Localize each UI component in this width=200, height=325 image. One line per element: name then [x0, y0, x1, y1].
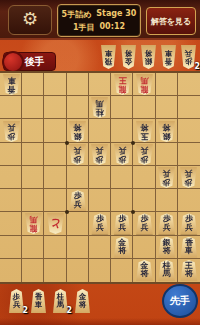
board-cell[interactable]	[111, 96, 133, 119]
gote-disc-icon	[2, 51, 24, 73]
piece-tile: 龍馬	[135, 74, 154, 95]
board-cell[interactable]	[0, 189, 22, 212]
board-piece-歩兵[interactable]: 歩兵	[178, 166, 200, 189]
board-piece-歩兵[interactable]: 歩兵	[89, 212, 111, 235]
board-cell[interactable]	[111, 259, 133, 282]
board-cell[interactable]	[89, 73, 111, 96]
board-piece-歩兵[interactable]: 歩兵	[67, 143, 89, 166]
piece-tile: 銀将	[157, 237, 176, 258]
piece-tile: 歩兵	[135, 144, 154, 165]
hand-piece-count: 2	[22, 306, 28, 315]
show-answer-button[interactable]: 解答を見る	[146, 7, 196, 35]
board-piece-龍馬[interactable]: 龍馬	[133, 73, 155, 96]
gote-hand-piece-金将[interactable]: 金将	[120, 45, 138, 70]
board-piece-銀将[interactable]: 銀将	[156, 119, 178, 142]
board-piece-歩兵[interactable]: 歩兵	[156, 212, 178, 235]
board-cell[interactable]	[44, 119, 66, 142]
timer: 00:12	[100, 22, 125, 33]
board-cell[interactable]	[156, 189, 178, 212]
piece-tile: 歩兵	[90, 213, 109, 234]
board-piece-と[interactable]: と	[44, 212, 66, 235]
piece-tile: 香車	[2, 74, 21, 95]
app-background: ⚙ 5手詰め Stage 30 1手目 00:12 解答を見る 後手 飛車金将銀…	[0, 0, 200, 325]
piece-tile: 金将	[135, 260, 154, 281]
sente-player-badge: 先手	[162, 284, 198, 318]
board-piece-歩兵[interactable]: 歩兵	[178, 212, 200, 235]
board-cell[interactable]	[44, 143, 66, 166]
board-cell[interactable]	[67, 236, 89, 259]
piece-tile: 飛車	[100, 45, 117, 69]
board-piece-香車[interactable]: 香車	[0, 73, 22, 96]
board-cell[interactable]	[0, 236, 22, 259]
board-cell[interactable]	[0, 212, 22, 235]
gote-player-badge: 後手	[3, 52, 56, 71]
puzzle-type-label: 5手詰め	[62, 9, 92, 20]
sente-hand-piece-香車[interactable]: 香車	[30, 289, 48, 314]
board-piece-銀将[interactable]: 銀将	[156, 236, 178, 259]
board-cell[interactable]	[67, 96, 89, 119]
piece-tile: 歩兵	[179, 167, 198, 188]
board-cell[interactable]	[178, 143, 200, 166]
piece-tile: と	[46, 213, 65, 234]
puzzle-info-panel: 5手詰め Stage 30 1手目 00:12	[57, 4, 141, 37]
board-cell[interactable]	[156, 96, 178, 119]
board-cell[interactable]	[22, 119, 44, 142]
board-cell[interactable]	[89, 119, 111, 142]
piece-tile: 香車	[30, 289, 47, 313]
board-cell[interactable]	[44, 73, 66, 96]
board-piece-歩兵[interactable]: 歩兵	[133, 212, 155, 235]
piece-tile: 歩兵	[68, 190, 87, 211]
board-piece-歩兵[interactable]: 歩兵	[156, 166, 178, 189]
shogi-board: 香車龍王龍馬桂馬歩兵銀将玉将銀将歩兵歩兵歩兵歩兵歩兵歩兵歩兵龍馬と歩兵歩兵歩兵歩…	[0, 71, 200, 284]
sente-hand-piece-桂馬[interactable]: 桂馬2	[52, 289, 70, 314]
piece-tile: 金将	[113, 237, 132, 258]
board-cell[interactable]	[0, 259, 22, 282]
piece-tile: 銀将	[140, 45, 157, 69]
piece-tile: 龍王	[113, 74, 132, 95]
board-cell[interactable]	[22, 259, 44, 282]
board-cell[interactable]	[0, 143, 22, 166]
piece-tile: 歩兵	[2, 121, 21, 142]
board-cell[interactable]	[67, 73, 89, 96]
board-cell[interactable]	[22, 143, 44, 166]
gote-hand-piece-歩兵[interactable]: 歩兵2	[180, 45, 198, 70]
stage-label: Stage 30	[96, 9, 136, 20]
board-piece-桂馬[interactable]: 桂馬	[89, 96, 111, 119]
board-piece-歩兵[interactable]: 歩兵	[67, 189, 89, 212]
board-cell[interactable]	[22, 236, 44, 259]
gote-hand-piece-香車[interactable]: 香車	[160, 45, 178, 70]
board-cell[interactable]	[44, 259, 66, 282]
board-cell[interactable]	[22, 73, 44, 96]
board-piece-歩兵[interactable]: 歩兵	[111, 143, 133, 166]
piece-tile: 歩兵	[135, 213, 154, 234]
sente-hand-piece-金将[interactable]: 金将	[74, 289, 92, 314]
gote-hand-piece-飛車[interactable]: 飛車	[100, 45, 118, 70]
board-cell[interactable]	[178, 119, 200, 142]
board-cell[interactable]	[67, 259, 89, 282]
piece-tile: 歩兵	[157, 167, 176, 188]
piece-tile: 金将	[74, 289, 91, 313]
board-cell[interactable]	[89, 236, 111, 259]
board-cell[interactable]	[67, 166, 89, 189]
board-cell[interactable]	[89, 189, 111, 212]
board-piece-金将[interactable]: 金将	[133, 259, 155, 282]
board-cell[interactable]	[178, 73, 200, 96]
board-cell[interactable]	[22, 189, 44, 212]
bottom-shade	[0, 318, 200, 325]
board-cell[interactable]	[156, 143, 178, 166]
board-cell[interactable]	[22, 96, 44, 119]
board-piece-玉将[interactable]: 玉将	[133, 119, 155, 142]
board-piece-歩兵[interactable]: 歩兵	[89, 143, 111, 166]
piece-tile: 王将	[179, 260, 198, 281]
board-piece-桂馬[interactable]: 桂馬	[156, 259, 178, 282]
board-cell[interactable]	[44, 189, 66, 212]
piece-tile: 銀将	[157, 121, 176, 142]
gear-icon: ⚙	[22, 8, 38, 29]
piece-tile: 銀将	[68, 121, 87, 142]
piece-tile: 龍馬	[24, 213, 43, 234]
piece-tile: 玉将	[135, 121, 154, 142]
piece-tile: 歩兵	[113, 144, 132, 165]
board-piece-歩兵[interactable]: 歩兵	[133, 143, 155, 166]
piece-tile: 香車	[179, 237, 198, 258]
piece-tile: 歩兵	[90, 144, 109, 165]
gote-label: 後手	[25, 55, 45, 69]
board-cell[interactable]	[22, 166, 44, 189]
board-cell[interactable]	[111, 119, 133, 142]
piece-tile: 桂馬	[157, 260, 176, 281]
board-piece-龍馬[interactable]: 龍馬	[22, 212, 44, 235]
board-piece-香車[interactable]: 香車	[178, 236, 200, 259]
sente-hand-piece-歩兵[interactable]: 歩兵2	[8, 289, 26, 314]
board-cell[interactable]	[111, 189, 133, 212]
board-cell[interactable]	[44, 166, 66, 189]
board-cell[interactable]	[67, 212, 89, 235]
piece-tile: 金将	[120, 45, 137, 69]
board-cell[interactable]	[0, 96, 22, 119]
board-cell[interactable]	[178, 189, 200, 212]
board-cell[interactable]	[44, 96, 66, 119]
board-cell[interactable]	[133, 189, 155, 212]
board-cell[interactable]	[178, 96, 200, 119]
board-piece-銀将[interactable]: 銀将	[67, 119, 89, 142]
hand-piece-count: 2	[194, 62, 200, 71]
board-cell[interactable]	[133, 166, 155, 189]
top-bar: ⚙ 5手詰め Stage 30 1手目 00:12 解答を見る	[0, 0, 200, 40]
board-piece-歩兵[interactable]: 歩兵	[0, 119, 22, 142]
piece-tile: 香車	[160, 45, 177, 69]
piece-tile: 歩兵	[113, 213, 132, 234]
settings-button[interactable]: ⚙	[8, 5, 52, 35]
board-piece-金将[interactable]: 金将	[111, 236, 133, 259]
board-cell[interactable]	[0, 166, 22, 189]
board-piece-歩兵[interactable]: 歩兵	[111, 212, 133, 235]
hand-piece-count: 2	[66, 306, 72, 315]
board-cell[interactable]	[111, 166, 133, 189]
piece-tile: 桂馬	[90, 97, 109, 118]
board-cell[interactable]	[44, 236, 66, 259]
piece-tile: 歩兵	[157, 213, 176, 234]
gote-hand-piece-銀将[interactable]: 銀将	[140, 45, 158, 70]
board-piece-龍王[interactable]: 龍王	[111, 73, 133, 96]
move-counter: 1手目	[73, 22, 95, 33]
board-cell[interactable]	[133, 236, 155, 259]
board-cell[interactable]	[89, 166, 111, 189]
piece-tile: 歩兵	[179, 213, 198, 234]
board-cell[interactable]	[133, 96, 155, 119]
board-cell[interactable]	[156, 73, 178, 96]
piece-tile: 歩兵	[68, 144, 87, 165]
board-piece-王将[interactable]: 王将	[178, 259, 200, 282]
board-cell[interactable]	[89, 259, 111, 282]
sente-label: 先手	[170, 294, 190, 308]
